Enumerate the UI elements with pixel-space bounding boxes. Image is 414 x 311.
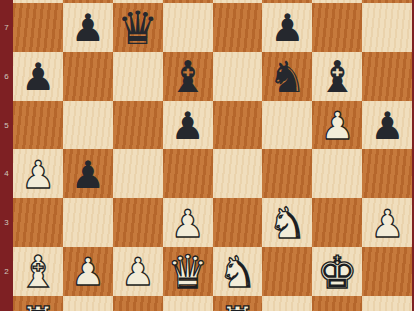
square-e7[interactable]: [213, 3, 263, 52]
piece-black-bishop[interactable]: ♝: [318, 55, 357, 99]
square-c4[interactable]: [113, 149, 163, 198]
square-f3[interactable]: ♞: [262, 198, 312, 247]
square-e3[interactable]: [213, 198, 263, 247]
square-h7[interactable]: [362, 3, 412, 52]
square-d1[interactable]: [163, 296, 213, 311]
piece-black-pawn[interactable]: ♟: [71, 156, 105, 194]
square-c6[interactable]: [113, 52, 163, 101]
square-b3[interactable]: [63, 198, 113, 247]
square-c1[interactable]: [113, 296, 163, 311]
board-border-left: [0, 0, 13, 311]
piece-black-knight[interactable]: ♞: [268, 56, 307, 99]
piece-white-rook[interactable]: ♜: [20, 301, 56, 311]
square-h5[interactable]: ♟: [362, 101, 412, 150]
square-h3[interactable]: ♟: [362, 198, 412, 247]
piece-black-pawn[interactable]: ♟: [370, 107, 404, 145]
square-b1[interactable]: [63, 296, 113, 311]
square-g1[interactable]: [312, 296, 362, 311]
square-c7[interactable]: ♛: [113, 3, 163, 52]
piece-white-bishop[interactable]: ♝: [18, 250, 57, 294]
square-g3[interactable]: [312, 198, 362, 247]
chess-board[interactable]: ♜♚♟♛♟♟♝♞♝♟♟♟♟♟♟♞♟♝♟♟♛♞♚♜♜: [13, 0, 412, 311]
square-g2[interactable]: ♚: [312, 247, 362, 296]
square-f1[interactable]: [262, 296, 312, 311]
piece-black-pawn[interactable]: ♟: [171, 107, 205, 145]
square-g7[interactable]: [312, 3, 362, 52]
square-d3[interactable]: ♟: [163, 198, 213, 247]
square-a5[interactable]: [13, 101, 63, 150]
piece-white-queen[interactable]: ♛: [167, 249, 208, 295]
piece-black-pawn[interactable]: ♟: [21, 58, 55, 96]
piece-white-pawn[interactable]: ♟: [320, 107, 354, 145]
piece-white-pawn[interactable]: ♟: [21, 156, 55, 194]
square-a7[interactable]: [13, 3, 63, 52]
square-g5[interactable]: ♟: [312, 101, 362, 150]
piece-black-queen[interactable]: ♛: [117, 5, 158, 51]
piece-white-pawn[interactable]: ♟: [370, 205, 404, 243]
piece-white-pawn[interactable]: ♟: [71, 253, 105, 291]
square-h4[interactable]: [362, 149, 412, 198]
square-f4[interactable]: [262, 149, 312, 198]
square-h6[interactable]: [362, 52, 412, 101]
square-c2[interactable]: ♟: [113, 247, 163, 296]
square-f2[interactable]: [262, 247, 312, 296]
chess-board-screenshot: ♜♚♟♛♟♟♝♞♝♟♟♟♟♟♟♞♟♝♟♟♛♞♚♜♜ 765432: [0, 0, 414, 311]
piece-black-pawn[interactable]: ♟: [270, 9, 304, 47]
square-d7[interactable]: [163, 3, 213, 52]
square-e2[interactable]: ♞: [213, 247, 263, 296]
square-f7[interactable]: ♟: [262, 3, 312, 52]
square-b6[interactable]: [63, 52, 113, 101]
square-b5[interactable]: [63, 101, 113, 150]
square-g6[interactable]: ♝: [312, 52, 362, 101]
square-a3[interactable]: [13, 198, 63, 247]
square-b4[interactable]: ♟: [63, 149, 113, 198]
square-e4[interactable]: [213, 149, 263, 198]
piece-white-knight[interactable]: ♞: [268, 202, 307, 245]
square-h2[interactable]: [362, 247, 412, 296]
square-f5[interactable]: [262, 101, 312, 150]
square-b7[interactable]: ♟: [63, 3, 113, 52]
square-a1[interactable]: ♜: [13, 296, 63, 311]
square-e6[interactable]: [213, 52, 263, 101]
square-a2[interactable]: ♝: [13, 247, 63, 296]
square-h1[interactable]: [362, 296, 412, 311]
piece-white-rook[interactable]: ♜: [220, 301, 256, 311]
square-a4[interactable]: ♟: [13, 149, 63, 198]
square-c3[interactable]: [113, 198, 163, 247]
piece-black-bishop[interactable]: ♝: [168, 55, 207, 99]
square-a6[interactable]: ♟: [13, 52, 63, 101]
square-d2[interactable]: ♛: [163, 247, 213, 296]
piece-white-pawn[interactable]: ♟: [171, 205, 205, 243]
square-c5[interactable]: [113, 101, 163, 150]
square-e1[interactable]: ♜: [213, 296, 263, 311]
square-e5[interactable]: [213, 101, 263, 150]
square-d6[interactable]: ♝: [163, 52, 213, 101]
piece-white-knight[interactable]: ♞: [218, 251, 257, 294]
square-g4[interactable]: [312, 149, 362, 198]
piece-white-pawn[interactable]: ♟: [121, 253, 155, 291]
square-d4[interactable]: [163, 149, 213, 198]
square-b2[interactable]: ♟: [63, 247, 113, 296]
square-f6[interactable]: ♞: [262, 52, 312, 101]
square-d5[interactable]: ♟: [163, 101, 213, 150]
piece-black-pawn[interactable]: ♟: [71, 9, 105, 47]
piece-white-king[interactable]: ♚: [317, 250, 357, 295]
